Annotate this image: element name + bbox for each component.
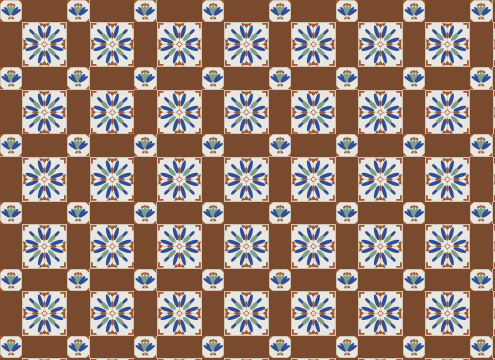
brown-tile xyxy=(134,179,156,201)
brown-tile xyxy=(336,22,358,44)
brown-tile xyxy=(291,134,313,156)
fan-tile xyxy=(470,67,492,89)
brown-tile xyxy=(313,134,335,156)
brown-tile xyxy=(202,291,224,313)
brown-tile xyxy=(0,246,22,268)
brown-tile xyxy=(246,0,268,22)
brown-tile xyxy=(157,269,179,291)
brown-tile xyxy=(67,313,89,335)
brown-tile xyxy=(448,0,470,22)
brown-tile xyxy=(0,157,22,179)
brown-tile xyxy=(45,0,67,22)
brown-tile xyxy=(358,336,380,358)
brown-tile xyxy=(134,224,156,246)
brown-tile xyxy=(67,112,89,134)
brown-tile xyxy=(0,90,22,112)
rosette-tile xyxy=(22,90,67,135)
brown-tile xyxy=(224,67,246,89)
brown-tile xyxy=(336,291,358,313)
brown-tile xyxy=(157,336,179,358)
rosette-tile xyxy=(224,90,269,135)
brown-tile xyxy=(45,269,67,291)
brown-tile xyxy=(403,313,425,335)
brown-tile xyxy=(403,45,425,67)
fan-tile xyxy=(470,202,492,224)
brown-tile xyxy=(224,202,246,224)
brown-tile xyxy=(358,0,380,22)
fan-tile xyxy=(134,67,156,89)
brown-tile xyxy=(67,22,89,44)
brown-tile xyxy=(246,202,268,224)
brown-tile xyxy=(403,157,425,179)
brown-tile xyxy=(269,179,291,201)
brown-tile xyxy=(112,269,134,291)
brown-tile xyxy=(381,336,403,358)
brown-tile xyxy=(403,224,425,246)
fan-tile xyxy=(67,336,89,358)
brown-tile xyxy=(67,246,89,268)
brown-tile xyxy=(45,202,67,224)
brown-tile xyxy=(45,336,67,358)
rosette-tile xyxy=(224,22,269,67)
rosette-tile xyxy=(291,157,336,202)
brown-tile xyxy=(202,90,224,112)
brown-tile xyxy=(403,179,425,201)
brown-tile xyxy=(157,134,179,156)
brown-tile xyxy=(470,179,492,201)
brown-tile xyxy=(179,0,201,22)
brown-tile xyxy=(202,224,224,246)
brown-tile xyxy=(313,269,335,291)
rosette-tile xyxy=(157,224,202,269)
brown-tile xyxy=(157,0,179,22)
brown-tile xyxy=(291,0,313,22)
rosette-tile xyxy=(358,224,403,269)
brown-tile xyxy=(22,134,44,156)
brown-tile xyxy=(45,67,67,89)
brown-tile xyxy=(358,67,380,89)
fan-tile xyxy=(0,336,22,358)
rosette-tile xyxy=(90,224,135,269)
brown-tile xyxy=(291,269,313,291)
brown-tile xyxy=(291,202,313,224)
brown-tile xyxy=(470,45,492,67)
brown-tile xyxy=(134,246,156,268)
fan-tile xyxy=(403,336,425,358)
fan-tile xyxy=(0,269,22,291)
fan-tile xyxy=(336,67,358,89)
fan-tile xyxy=(67,0,89,22)
brown-tile xyxy=(269,22,291,44)
fan-tile xyxy=(202,269,224,291)
rosette-tile xyxy=(358,22,403,67)
brown-tile xyxy=(448,269,470,291)
fan-tile xyxy=(67,202,89,224)
brown-tile xyxy=(336,90,358,112)
brown-tile xyxy=(313,202,335,224)
brown-tile xyxy=(470,313,492,335)
brown-tile xyxy=(470,291,492,313)
fan-tile xyxy=(134,0,156,22)
brown-tile xyxy=(179,202,201,224)
brown-tile xyxy=(269,313,291,335)
brown-tile xyxy=(202,157,224,179)
brown-tile xyxy=(246,134,268,156)
brown-tile xyxy=(0,22,22,44)
fan-tile xyxy=(0,0,22,22)
brown-tile xyxy=(0,45,22,67)
brown-tile xyxy=(291,336,313,358)
brown-tile xyxy=(134,112,156,134)
fan-tile xyxy=(403,269,425,291)
brown-tile xyxy=(403,22,425,44)
brown-tile xyxy=(202,313,224,335)
rosette-tile xyxy=(358,291,403,336)
brown-tile xyxy=(112,202,134,224)
brown-tile xyxy=(22,336,44,358)
rosette-tile xyxy=(425,291,470,336)
brown-tile xyxy=(22,0,44,22)
rosette-tile xyxy=(90,157,135,202)
fan-tile xyxy=(134,336,156,358)
rosette-tile xyxy=(157,291,202,336)
brown-tile xyxy=(90,202,112,224)
brown-tile xyxy=(358,202,380,224)
rosette-tile xyxy=(425,224,470,269)
brown-tile xyxy=(67,291,89,313)
brown-tile xyxy=(269,112,291,134)
brown-tile xyxy=(112,67,134,89)
fan-tile xyxy=(67,134,89,156)
brown-tile xyxy=(67,45,89,67)
fan-tile xyxy=(269,269,291,291)
brown-tile xyxy=(22,269,44,291)
rosette-tile xyxy=(425,22,470,67)
fan-tile xyxy=(336,336,358,358)
brown-tile xyxy=(448,336,470,358)
brown-tile xyxy=(67,224,89,246)
rosette-tile xyxy=(157,22,202,67)
brown-tile xyxy=(202,246,224,268)
tile-pattern-canvas xyxy=(0,0,495,360)
brown-tile xyxy=(134,157,156,179)
brown-tile xyxy=(202,22,224,44)
brown-tile xyxy=(157,202,179,224)
fan-tile xyxy=(470,336,492,358)
fan-tile xyxy=(403,0,425,22)
fan-tile xyxy=(269,134,291,156)
rosette-tile xyxy=(90,90,135,135)
brown-tile xyxy=(381,269,403,291)
brown-tile xyxy=(22,202,44,224)
brown-tile xyxy=(291,67,313,89)
brown-tile xyxy=(90,0,112,22)
brown-tile xyxy=(246,336,268,358)
rosette-tile xyxy=(291,224,336,269)
brown-tile xyxy=(246,269,268,291)
rosette-tile xyxy=(22,291,67,336)
fan-tile xyxy=(336,134,358,156)
brown-tile xyxy=(470,22,492,44)
fan-tile xyxy=(336,269,358,291)
brown-tile xyxy=(134,313,156,335)
brown-tile xyxy=(336,313,358,335)
brown-tile xyxy=(425,67,447,89)
rosette-tile xyxy=(157,157,202,202)
brown-tile xyxy=(0,179,22,201)
brown-tile xyxy=(403,90,425,112)
fan-tile xyxy=(0,202,22,224)
brown-tile xyxy=(112,336,134,358)
fan-tile xyxy=(269,202,291,224)
fan-tile xyxy=(202,0,224,22)
brown-tile xyxy=(0,112,22,134)
brown-tile xyxy=(470,157,492,179)
brown-tile xyxy=(90,269,112,291)
fan-tile xyxy=(67,269,89,291)
brown-tile xyxy=(134,45,156,67)
fan-tile xyxy=(0,134,22,156)
brown-tile xyxy=(179,269,201,291)
brown-tile xyxy=(90,134,112,156)
fan-tile xyxy=(269,336,291,358)
brown-tile xyxy=(381,202,403,224)
brown-tile xyxy=(90,336,112,358)
brown-tile xyxy=(425,202,447,224)
brown-tile xyxy=(448,202,470,224)
brown-tile xyxy=(179,67,201,89)
fan-tile xyxy=(403,134,425,156)
fan-tile xyxy=(470,0,492,22)
brown-tile xyxy=(403,291,425,313)
brown-tile xyxy=(470,90,492,112)
brown-tile xyxy=(202,112,224,134)
brown-tile xyxy=(425,134,447,156)
brown-tile xyxy=(112,134,134,156)
brown-tile xyxy=(470,246,492,268)
brown-tile xyxy=(0,313,22,335)
rosette-tile xyxy=(291,291,336,336)
brown-tile xyxy=(224,336,246,358)
brown-tile xyxy=(358,269,380,291)
brown-tile xyxy=(470,224,492,246)
rosette-tile xyxy=(90,22,135,67)
rosette-tile xyxy=(425,157,470,202)
fan-tile xyxy=(0,67,22,89)
brown-tile xyxy=(358,134,380,156)
rosette-tile xyxy=(224,291,269,336)
brown-tile xyxy=(179,134,201,156)
brown-tile xyxy=(448,134,470,156)
fan-tile xyxy=(202,67,224,89)
brown-tile xyxy=(0,291,22,313)
brown-tile xyxy=(269,291,291,313)
brown-tile xyxy=(112,0,134,22)
rosette-tile xyxy=(224,224,269,269)
brown-tile xyxy=(381,134,403,156)
brown-tile xyxy=(134,291,156,313)
rosette-tile xyxy=(358,157,403,202)
fan-tile xyxy=(403,67,425,89)
rosette-tile xyxy=(224,157,269,202)
fan-tile xyxy=(470,269,492,291)
brown-tile xyxy=(336,45,358,67)
brown-tile xyxy=(313,336,335,358)
fan-tile xyxy=(134,269,156,291)
fan-tile xyxy=(269,67,291,89)
brown-tile xyxy=(246,67,268,89)
fan-tile xyxy=(134,134,156,156)
tile-pattern-grid xyxy=(0,0,495,360)
brown-tile xyxy=(134,90,156,112)
brown-tile xyxy=(425,269,447,291)
rosette-tile xyxy=(157,90,202,135)
rosette-tile xyxy=(291,90,336,135)
brown-tile xyxy=(313,0,335,22)
fan-tile xyxy=(202,202,224,224)
brown-tile xyxy=(313,67,335,89)
rosette-tile xyxy=(22,22,67,67)
brown-tile xyxy=(336,157,358,179)
fan-tile xyxy=(134,202,156,224)
brown-tile xyxy=(336,179,358,201)
brown-tile xyxy=(22,67,44,89)
rosette-tile xyxy=(291,22,336,67)
brown-tile xyxy=(269,90,291,112)
rosette-tile xyxy=(425,90,470,135)
brown-tile xyxy=(381,0,403,22)
brown-tile xyxy=(67,157,89,179)
brown-tile xyxy=(202,179,224,201)
brown-tile xyxy=(269,45,291,67)
fan-tile xyxy=(202,134,224,156)
brown-tile xyxy=(336,224,358,246)
brown-tile xyxy=(202,45,224,67)
rosette-tile xyxy=(358,90,403,135)
brown-tile xyxy=(67,179,89,201)
brown-tile xyxy=(403,246,425,268)
fan-tile xyxy=(269,0,291,22)
brown-tile xyxy=(67,90,89,112)
brown-tile xyxy=(448,67,470,89)
brown-tile xyxy=(425,336,447,358)
brown-tile xyxy=(269,157,291,179)
fan-tile xyxy=(470,134,492,156)
brown-tile xyxy=(90,67,112,89)
brown-tile xyxy=(134,22,156,44)
brown-tile xyxy=(269,224,291,246)
rosette-tile xyxy=(22,224,67,269)
brown-tile xyxy=(470,112,492,134)
brown-tile xyxy=(179,336,201,358)
rosette-tile xyxy=(22,157,67,202)
brown-tile xyxy=(0,224,22,246)
fan-tile xyxy=(336,202,358,224)
fan-tile xyxy=(202,336,224,358)
fan-tile xyxy=(403,202,425,224)
brown-tile xyxy=(336,112,358,134)
rosette-tile xyxy=(90,291,135,336)
fan-tile xyxy=(336,0,358,22)
brown-tile xyxy=(157,67,179,89)
brown-tile xyxy=(45,134,67,156)
fan-tile xyxy=(67,67,89,89)
brown-tile xyxy=(403,112,425,134)
brown-tile xyxy=(269,246,291,268)
brown-tile xyxy=(224,269,246,291)
brown-tile xyxy=(336,246,358,268)
brown-tile xyxy=(224,0,246,22)
brown-tile xyxy=(381,67,403,89)
brown-tile xyxy=(425,0,447,22)
brown-tile xyxy=(224,134,246,156)
